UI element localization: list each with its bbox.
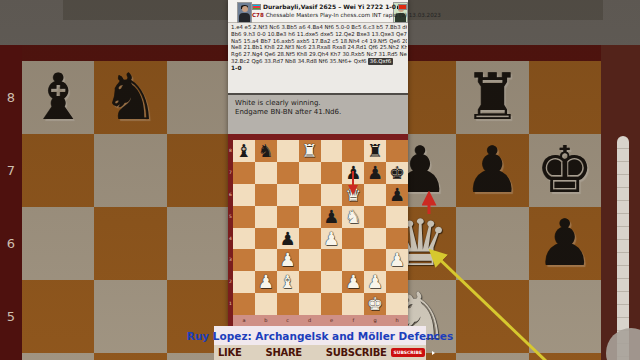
square-c4: ♟ — [277, 228, 299, 250]
white-player-photo — [237, 2, 252, 23]
square-b1 — [255, 293, 277, 315]
square-b8: ♞ — [94, 61, 166, 134]
square-a4 — [233, 228, 255, 250]
black-knight-b8: ♞ — [94, 61, 166, 134]
square-c1 — [277, 293, 299, 315]
square-g8: ♜ — [364, 140, 386, 162]
square-g5 — [456, 280, 528, 353]
square-d1 — [299, 293, 321, 315]
square-f4 — [342, 228, 364, 250]
square-a5 — [22, 280, 94, 353]
square-e7 — [321, 162, 343, 184]
square-f3 — [342, 249, 364, 271]
subscribe-button[interactable]: SUBSCRIBE — [391, 348, 426, 357]
bg-rank-label-7: 7 — [4, 163, 18, 178]
black-rook-g8: ♜ — [456, 61, 528, 134]
like-button[interactable]: LIKE — [218, 347, 241, 358]
black-pawn-g7: ♟ — [456, 134, 528, 207]
square-a5 — [233, 206, 255, 228]
square-f2: ♟ — [342, 271, 364, 293]
square-h6: ♟ — [386, 184, 408, 206]
black-pawn-h6: ♟ — [529, 207, 601, 280]
square-d2 — [299, 271, 321, 293]
square-f5: ♞ — [342, 206, 364, 228]
square-e2 — [321, 271, 343, 293]
square-c5 — [277, 206, 299, 228]
diagram-chessboard: ♝♞♜♜♟♟♚♛♟♟♞♟♟♟♟♟♝♟♟♚ — [233, 140, 408, 315]
move-list: 1.e4 e5 2.Nf3 Nc6 3.Bb5 a6 4.Ba4 Nf6 5.0… — [228, 23, 408, 93]
square-f8 — [342, 140, 364, 162]
opening-name: Ruy Lopez: Archangelsk and Möller Defenc… — [187, 330, 453, 342]
engine-comment: White is clearly winning. Endgame BN-BN … — [228, 93, 408, 134]
square-a3 — [233, 249, 255, 271]
square-g5 — [364, 206, 386, 228]
square-h1 — [386, 293, 408, 315]
file-label-h: h — [386, 317, 408, 323]
comment-line-2: Endgame BN-BN after 41.Nd6. — [235, 108, 408, 117]
black-king-h7: ♚ — [386, 162, 408, 184]
square-c3: ♟ — [277, 249, 299, 271]
square-g1: ♚ — [364, 293, 386, 315]
diagram-board-frame: 87654321 ♝♞♜♜♟♟♚♛♟♟♞♟♟♟♟♟♝♟♟♚ abcdefgh — [228, 134, 408, 326]
square-h5 — [386, 206, 408, 228]
move-line-1: 1.e4 e5 2.Nf3 Nc6 3.Bb5 a6 4.Ba4 Nf6 5.0… — [231, 24, 407, 31]
square-d3 — [299, 249, 321, 271]
square-g7: ♟ — [456, 134, 528, 207]
square-a4 — [22, 353, 94, 360]
black-pawn-f7: ♟ — [342, 162, 364, 184]
square-a8: ♝ — [22, 61, 94, 134]
black-rook-g8: ♜ — [364, 140, 386, 162]
square-b7 — [94, 134, 166, 207]
square-c8 — [277, 140, 299, 162]
opening-name-banner: Ruy Lopez: Archangelsk and Möller Defenc… — [214, 326, 426, 345]
square-h2 — [386, 271, 408, 293]
cta-bar: LIKE SHARE SUBSCRIBE SUBSCRIBE — [214, 345, 426, 360]
white-rook-d8: ♜ — [299, 140, 321, 162]
white-pawn-g2: ♟ — [364, 271, 386, 293]
square-g8: ♜ — [456, 61, 528, 134]
black-pawn-c4: ♟ — [277, 228, 299, 250]
game-result: 1-0 — [231, 65, 408, 72]
current-move-highlight[interactable]: 36.Qxf6 — [368, 58, 392, 65]
square-b5 — [94, 280, 166, 353]
file-label-b: b — [255, 317, 277, 323]
white-bishop-c2: ♝ — [277, 271, 299, 293]
square-h8 — [386, 140, 408, 162]
file-coordinates: abcdefgh — [233, 315, 408, 326]
square-a1 — [233, 293, 255, 315]
square-g6 — [456, 207, 528, 280]
square-g6 — [364, 184, 386, 206]
square-h4 — [529, 353, 601, 360]
square-d8: ♜ — [299, 140, 321, 162]
square-g3 — [364, 249, 386, 271]
subscribe-label[interactable]: SUBSCRIBE — [326, 347, 387, 358]
black-bishop-a8: ♝ — [22, 61, 94, 134]
bg-rank-label-6: 6 — [4, 236, 18, 251]
white-king-g1: ♚ — [364, 293, 386, 315]
move-line-6: 32.Bc2 Qg6 33.Rd7 Nb8 34.Rd8 Nf6 35.Nf6+… — [231, 58, 407, 65]
square-c2: ♝ — [277, 271, 299, 293]
black-king-h7: ♚ — [529, 134, 601, 207]
square-g2: ♟ — [364, 271, 386, 293]
white-pawn-h3: ♟ — [386, 249, 408, 271]
square-e1 — [321, 293, 343, 315]
square-d7 — [299, 162, 321, 184]
white-pawn-e4: ♟ — [321, 228, 343, 250]
black-bishop-a8: ♝ — [233, 140, 255, 162]
file-label-c: c — [277, 317, 299, 323]
square-e3 — [321, 249, 343, 271]
azerbaijan-flag-icon — [252, 4, 261, 11]
move-line-2: Bb6 9.h3 0-0 10.Be3 h6 11.dxe5 dxe5 12.Q… — [231, 31, 407, 38]
file-label-a: a — [233, 317, 255, 323]
square-e4: ♟ — [321, 228, 343, 250]
black-pawn-h6: ♟ — [386, 184, 408, 206]
square-b6 — [255, 184, 277, 206]
square-b4 — [255, 228, 277, 250]
square-f6: ♛ — [342, 184, 364, 206]
file-label-g: g — [364, 317, 386, 323]
share-button[interactable]: SHARE — [265, 347, 301, 358]
square-g7: ♟ — [364, 162, 386, 184]
game-header: Durarbayli,Vasif 2625 – Wei Yi 2722 1-0 … — [228, 0, 408, 23]
eco-code: C78 — [252, 12, 264, 18]
square-d5 — [299, 206, 321, 228]
square-b4 — [94, 353, 166, 360]
square-h3: ♟ — [386, 249, 408, 271]
square-e6 — [321, 184, 343, 206]
square-a2 — [233, 271, 255, 293]
square-a7 — [233, 162, 255, 184]
players-line: Durarbayli,Vasif 2625 – Wei Yi 2722 1-0 — [252, 2, 390, 11]
square-a6 — [22, 207, 94, 280]
white-knight-f5: ♞ — [342, 206, 364, 228]
square-d4 — [299, 228, 321, 250]
square-b6 — [94, 207, 166, 280]
bg-rank-label-5: 5 — [4, 309, 18, 324]
square-h5 — [529, 280, 601, 353]
square-h4 — [386, 228, 408, 250]
white-pawn-b2: ♟ — [255, 271, 277, 293]
white-queen-f6: ♛ — [342, 184, 364, 206]
black-pawn-g7: ♟ — [364, 162, 386, 184]
square-h7: ♚ — [529, 134, 601, 207]
square-c7 — [277, 162, 299, 184]
square-g4 — [364, 228, 386, 250]
file-label-f: f — [342, 317, 364, 323]
square-b2: ♟ — [255, 271, 277, 293]
comment-line-1: White is clearly winning. — [235, 99, 408, 108]
square-e5: ♟ — [321, 206, 343, 228]
square-a7 — [22, 134, 94, 207]
square-d6 — [299, 184, 321, 206]
square-g4 — [456, 353, 528, 360]
game-title: Durarbayli,Vasif 2625 – Wei Yi 2722 1-0 — [263, 3, 396, 10]
event-line: C78 Chessable Masters Play-In chess.com … — [252, 11, 390, 19]
square-b7 — [255, 162, 277, 184]
square-a6 — [233, 184, 255, 206]
china-flag-icon — [398, 4, 407, 11]
white-pawn-c3: ♟ — [277, 249, 299, 271]
evaluation-bar — [617, 136, 629, 360]
square-h7: ♚ — [386, 162, 408, 184]
background-board-frame-left: 8765 — [0, 45, 22, 360]
square-e8 — [321, 140, 343, 162]
square-b5 — [255, 206, 277, 228]
file-label-e: e — [321, 317, 343, 323]
move-line-4: Ne8 21.Bb1 Kh8 22.Nf3 Nc6 23.Rxa8 Rxa8 2… — [231, 44, 407, 51]
square-b8: ♞ — [255, 140, 277, 162]
event-text: Chessable Masters Play-In chess.com INT … — [264, 12, 441, 18]
square-c6 — [277, 184, 299, 206]
move-line-5: Rg6 27.Ng4 Qe6 28.Nf5 Kh8 29.Qh4 Kh7 30.… — [231, 51, 407, 58]
square-a8: ♝ — [233, 140, 255, 162]
white-pawn-f2: ♟ — [342, 271, 364, 293]
file-label-d: d — [299, 317, 321, 323]
black-knight-b8: ♞ — [255, 140, 277, 162]
square-h8 — [529, 61, 601, 134]
square-h6: ♟ — [529, 207, 601, 280]
video-frame: ♝♞♜♜♟♟♚♛♟♟♞ 8765 Durarbayli,Vasif — [0, 0, 640, 360]
analysis-panel: Durarbayli,Vasif 2625 – Wei Yi 2722 1-0 … — [228, 0, 408, 326]
black-pawn-e5: ♟ — [321, 206, 343, 228]
square-f1 — [342, 293, 364, 315]
move-line-3: Na5 15.a4 Bb7 16.axb5 axb5 17.Ba2 c5 18.… — [231, 38, 407, 45]
square-b3 — [255, 249, 277, 271]
square-f7: ♟ — [342, 162, 364, 184]
bg-rank-label-8: 8 — [4, 90, 18, 105]
